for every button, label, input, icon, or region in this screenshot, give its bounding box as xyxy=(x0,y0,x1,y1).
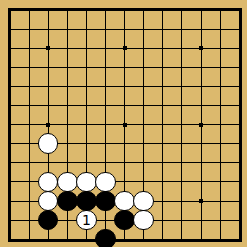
star-point xyxy=(199,199,203,203)
star-point xyxy=(46,123,50,127)
star-point xyxy=(199,123,203,127)
white-stone xyxy=(38,172,59,193)
black-stone xyxy=(76,191,97,212)
white-stone xyxy=(76,172,97,193)
white-stone xyxy=(57,172,78,193)
white-stone-move-1: 1 xyxy=(76,210,97,231)
white-stone xyxy=(133,210,154,231)
black-stone xyxy=(57,191,78,212)
go-diagram: 1 xyxy=(0,0,247,247)
black-stone xyxy=(95,191,116,212)
black-stone xyxy=(95,229,116,247)
go-board: 1 xyxy=(0,0,247,247)
white-stone xyxy=(38,133,59,154)
move-number-label: 1 xyxy=(82,213,91,227)
white-stone xyxy=(38,191,59,212)
black-stone xyxy=(38,210,59,231)
star-point xyxy=(46,46,50,50)
white-stone xyxy=(133,191,154,212)
white-stone xyxy=(114,191,135,212)
star-point xyxy=(199,46,203,50)
star-point xyxy=(123,123,127,127)
star-point xyxy=(123,46,127,50)
white-stone xyxy=(95,172,116,193)
black-stone xyxy=(114,210,135,231)
